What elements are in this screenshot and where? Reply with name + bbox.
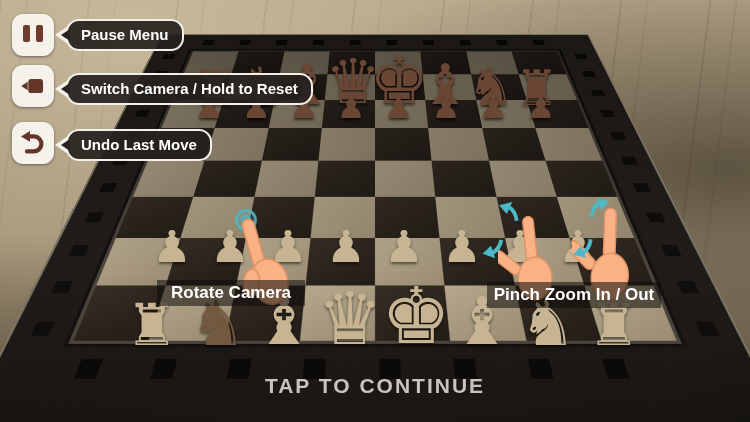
undo-callout: Undo Last Move (66, 129, 212, 161)
pinch-arrow-icon (498, 202, 520, 224)
pinch-zoom-hint: Pinch Zoom In / Out (487, 282, 661, 308)
switch-camera-label: Switch Camera / Hold to Reset (81, 80, 298, 97)
pause-button[interactable] (12, 14, 54, 56)
pinch-arrow-icon (481, 235, 505, 259)
undo-button[interactable] (12, 122, 54, 164)
pause-icon (20, 25, 46, 45)
pinch-arrow-icon (572, 236, 594, 258)
pinch-arrow-icon (588, 198, 610, 220)
video-camera-icon (18, 73, 48, 99)
pause-menu-callout: Pause Menu (66, 19, 184, 51)
tap-to-continue[interactable]: TAP TO CONTINUE (0, 374, 750, 398)
pause-menu-label: Pause Menu (81, 26, 169, 43)
tutorial-overlay: Pause Menu Switch Camera / Hold to Reset… (0, 0, 750, 422)
undo-label: Undo Last Move (81, 136, 197, 153)
rotate-camera-hint: Rotate Camera (157, 280, 305, 306)
switch-camera-callout: Switch Camera / Hold to Reset (66, 73, 313, 105)
undo-arrow-icon (18, 128, 48, 158)
switch-camera-button[interactable] (12, 65, 54, 107)
